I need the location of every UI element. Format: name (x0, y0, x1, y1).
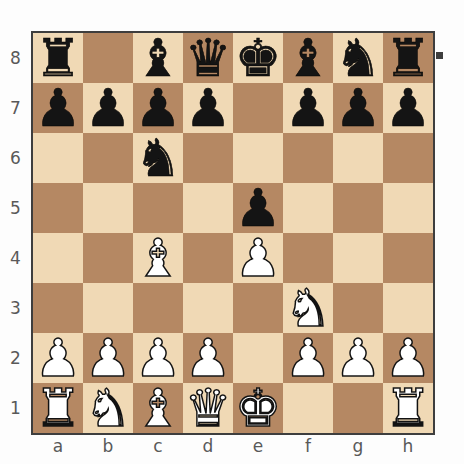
piece-white-pawn[interactable]: ♟ (185, 333, 232, 383)
square-a3[interactable] (33, 283, 83, 333)
square-h6[interactable] (383, 133, 433, 183)
square-c4[interactable]: ♝ (133, 233, 183, 283)
piece-black-pawn[interactable]: ♟ (185, 83, 232, 133)
square-b4[interactable] (83, 233, 133, 283)
square-h8[interactable]: ♜ (383, 33, 433, 83)
square-c8[interactable]: ♝ (133, 33, 183, 83)
square-b5[interactable] (83, 183, 133, 233)
rank-label-8: 8 (0, 33, 31, 83)
square-f4[interactable] (283, 233, 333, 283)
piece-white-queen[interactable]: ♛ (185, 383, 232, 433)
piece-white-king[interactable]: ♚ (235, 383, 282, 433)
piece-black-rook[interactable]: ♜ (35, 33, 82, 83)
piece-white-rook[interactable]: ♜ (385, 383, 432, 433)
square-e6[interactable] (233, 133, 283, 183)
square-g4[interactable] (333, 233, 383, 283)
square-h3[interactable] (383, 283, 433, 333)
square-d7[interactable]: ♟ (183, 83, 233, 133)
square-d2[interactable]: ♟ (183, 333, 233, 383)
square-e7[interactable] (233, 83, 283, 133)
square-a5[interactable] (33, 183, 83, 233)
square-g5[interactable] (333, 183, 383, 233)
file-label-f: f (283, 433, 333, 459)
file-label-c: c (133, 433, 183, 459)
piece-black-pawn[interactable]: ♟ (235, 183, 282, 233)
piece-white-knight[interactable]: ♞ (85, 383, 132, 433)
square-a6[interactable] (33, 133, 83, 183)
page: 87654321 ♜♝♛♚♝♞♜♟♟♟♟♟♟♟♞♟♝♟♞♟♟♟♟♟♟♟♜♞♝♛♚… (0, 0, 464, 464)
piece-black-bishop[interactable]: ♝ (135, 33, 182, 83)
square-c3[interactable] (133, 283, 183, 333)
square-a8[interactable]: ♜ (33, 33, 83, 83)
file-label-d: d (183, 433, 233, 459)
square-d1[interactable]: ♛ (183, 383, 233, 433)
piece-white-pawn[interactable]: ♟ (285, 333, 332, 383)
square-d3[interactable] (183, 283, 233, 333)
rank-label-7: 7 (0, 83, 31, 133)
square-f2[interactable]: ♟ (283, 333, 333, 383)
square-e5[interactable]: ♟ (233, 183, 283, 233)
square-g6[interactable] (333, 133, 383, 183)
piece-white-bishop[interactable]: ♝ (135, 233, 182, 283)
square-d4[interactable] (183, 233, 233, 283)
square-d5[interactable] (183, 183, 233, 233)
square-f1[interactable] (283, 383, 333, 433)
square-a1[interactable]: ♜ (33, 383, 83, 433)
square-a2[interactable]: ♟ (33, 333, 83, 383)
square-b1[interactable]: ♞ (83, 383, 133, 433)
piece-white-pawn[interactable]: ♟ (235, 233, 282, 283)
square-h4[interactable] (383, 233, 433, 283)
square-e3[interactable] (233, 283, 283, 333)
file-label-a: a (33, 433, 83, 459)
rank-label-5: 5 (0, 183, 31, 233)
square-g3[interactable] (333, 283, 383, 333)
square-e2[interactable] (233, 333, 283, 383)
piece-white-pawn[interactable]: ♟ (335, 333, 382, 383)
square-c6[interactable]: ♞ (133, 133, 183, 183)
piece-black-rook[interactable]: ♜ (385, 33, 432, 83)
piece-black-pawn[interactable]: ♟ (285, 83, 332, 133)
square-d6[interactable] (183, 133, 233, 183)
square-d8[interactable]: ♛ (183, 33, 233, 83)
piece-white-pawn[interactable]: ♟ (35, 333, 82, 383)
rank-labels: 87654321 (0, 33, 31, 433)
file-label-b: b (83, 433, 133, 459)
piece-black-pawn[interactable]: ♟ (135, 83, 182, 133)
square-a7[interactable]: ♟ (33, 83, 83, 133)
piece-black-bishop[interactable]: ♝ (285, 33, 332, 83)
square-e4[interactable]: ♟ (233, 233, 283, 283)
square-b2[interactable]: ♟ (83, 333, 133, 383)
chess-board[interactable]: ♜♝♛♚♝♞♜♟♟♟♟♟♟♟♞♟♝♟♞♟♟♟♟♟♟♟♜♞♝♛♚♜ (31, 31, 435, 435)
piece-white-pawn[interactable]: ♟ (135, 333, 182, 383)
square-b6[interactable] (83, 133, 133, 183)
square-f5[interactable] (283, 183, 333, 233)
square-c7[interactable]: ♟ (133, 83, 183, 133)
square-g1[interactable] (333, 383, 383, 433)
square-g2[interactable]: ♟ (333, 333, 383, 383)
square-a4[interactable] (33, 233, 83, 283)
square-f8[interactable]: ♝ (283, 33, 333, 83)
square-b8[interactable] (83, 33, 133, 83)
square-g8[interactable]: ♞ (333, 33, 383, 83)
rank-label-4: 4 (0, 233, 31, 283)
piece-black-queen[interactable]: ♛ (185, 33, 232, 83)
square-f6[interactable] (283, 133, 333, 183)
square-h7[interactable]: ♟ (383, 83, 433, 133)
piece-black-king[interactable]: ♚ (235, 33, 282, 83)
square-e8[interactable]: ♚ (233, 33, 283, 83)
square-c1[interactable]: ♝ (133, 383, 183, 433)
rank-label-6: 6 (0, 133, 31, 183)
piece-black-knight[interactable]: ♞ (335, 33, 382, 83)
piece-white-knight[interactable]: ♞ (285, 283, 332, 333)
square-c5[interactable] (133, 183, 183, 233)
square-c2[interactable]: ♟ (133, 333, 183, 383)
file-label-e: e (233, 433, 283, 459)
square-h2[interactable]: ♟ (383, 333, 433, 383)
square-g7[interactable]: ♟ (333, 83, 383, 133)
square-e1[interactable]: ♚ (233, 383, 283, 433)
file-label-h: h (383, 433, 433, 459)
piece-black-pawn[interactable]: ♟ (35, 83, 82, 133)
rank-label-1: 1 (0, 383, 31, 433)
square-b3[interactable] (83, 283, 133, 333)
rank-label-2: 2 (0, 333, 31, 383)
file-label-g: g (333, 433, 383, 459)
square-b7[interactable]: ♟ (83, 83, 133, 133)
square-f3[interactable]: ♞ (283, 283, 333, 333)
file-labels: abcdefgh (33, 433, 433, 459)
piece-black-pawn[interactable]: ♟ (335, 83, 382, 133)
square-f7[interactable]: ♟ (283, 83, 333, 133)
square-h1[interactable]: ♜ (383, 383, 433, 433)
black-to-move-indicator (436, 52, 443, 59)
piece-black-pawn[interactable]: ♟ (385, 83, 432, 133)
piece-white-pawn[interactable]: ♟ (85, 333, 132, 383)
piece-black-knight[interactable]: ♞ (135, 133, 182, 183)
piece-white-pawn[interactable]: ♟ (385, 333, 432, 383)
piece-black-pawn[interactable]: ♟ (85, 83, 132, 133)
piece-white-rook[interactable]: ♜ (35, 383, 82, 433)
rank-label-3: 3 (0, 283, 31, 333)
square-h5[interactable] (383, 183, 433, 233)
piece-white-bishop[interactable]: ♝ (135, 383, 182, 433)
